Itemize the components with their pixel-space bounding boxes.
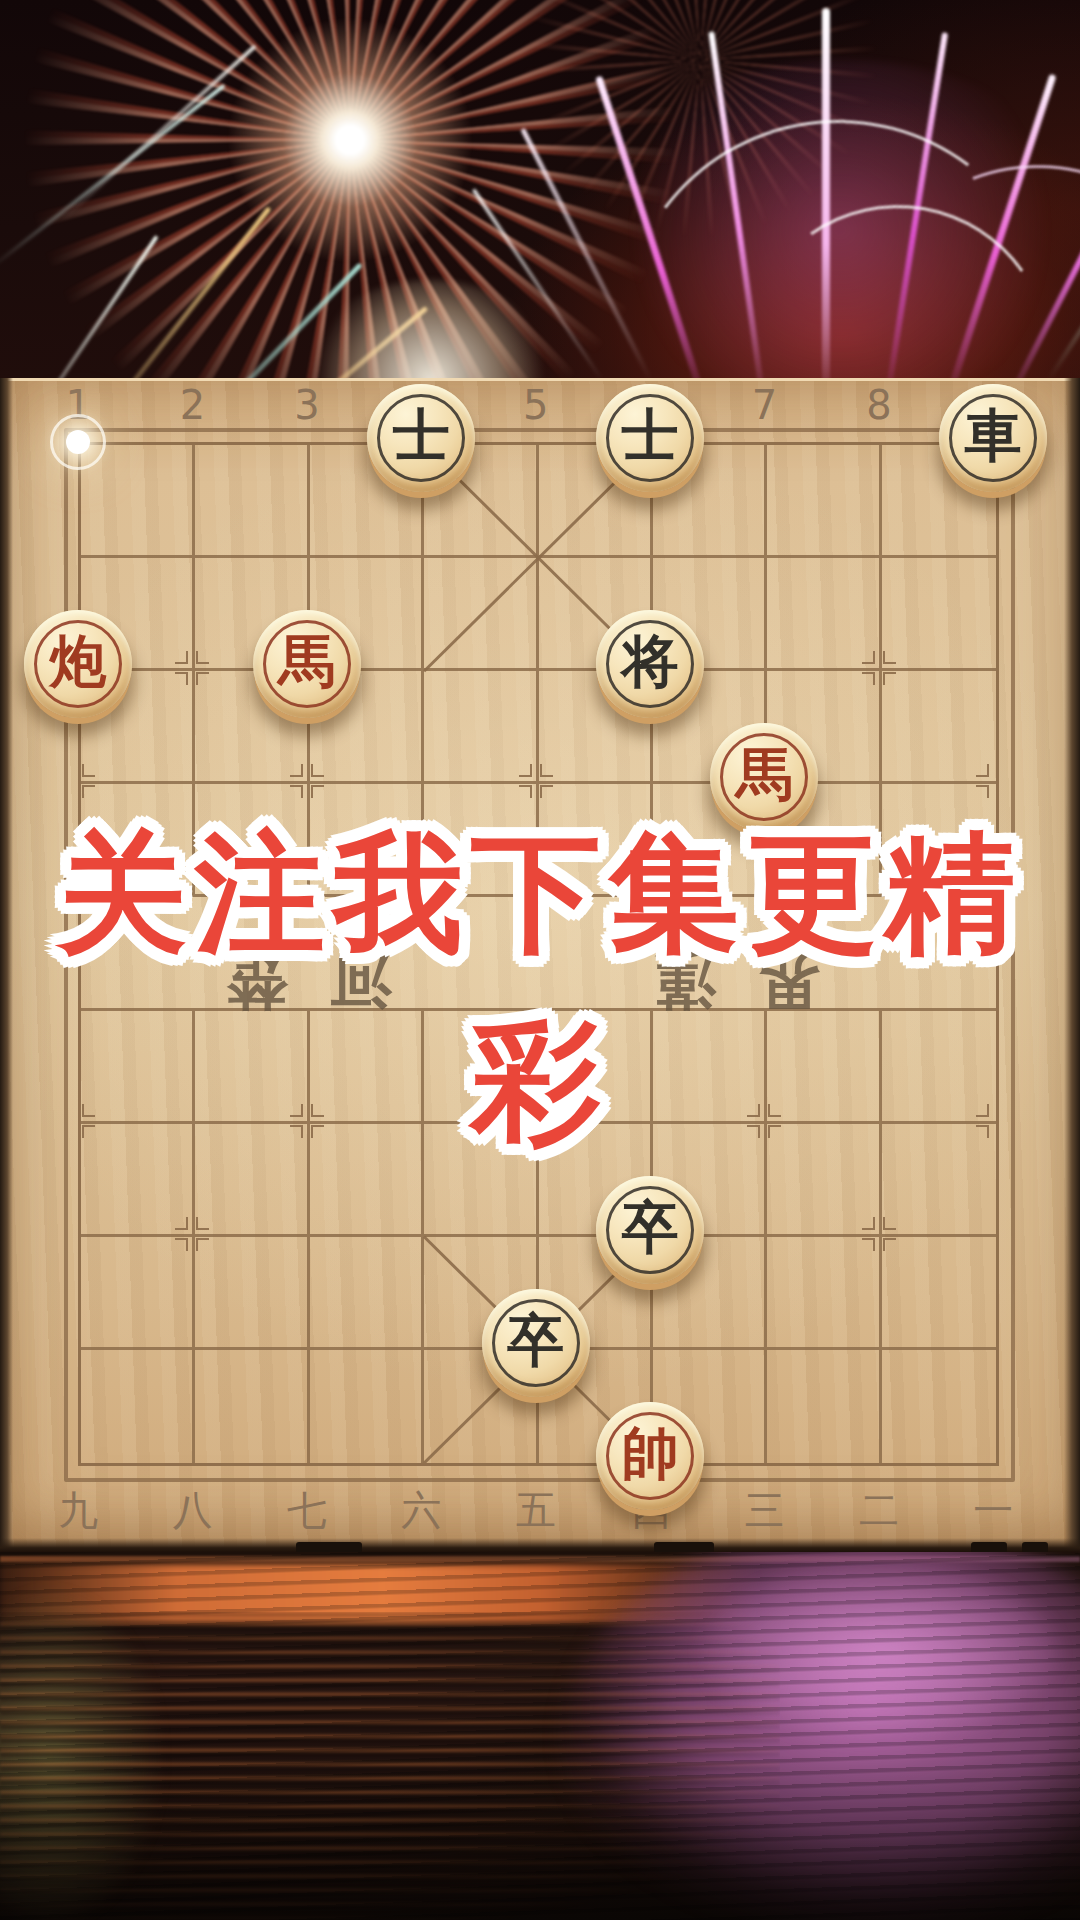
- caption-line-2: 彩: [0, 1006, 1080, 1156]
- file-numeral-label: 一: [936, 1483, 1050, 1538]
- piece-glyph: 車: [965, 398, 1022, 475]
- board-cell: [195, 445, 309, 558]
- file-numeral-label: 五: [479, 1483, 593, 1538]
- piece-black-file6-rank2[interactable]: 将: [596, 610, 704, 718]
- piece-glyph: 炮: [50, 624, 107, 701]
- file-numeral-label: 三: [707, 1483, 821, 1538]
- move-highlight-marker: [50, 414, 106, 470]
- piece-glyph: 馬: [736, 737, 793, 814]
- piece-glyph: 馬: [278, 624, 335, 701]
- board-cell: [81, 1350, 195, 1463]
- board-cell: [767, 1350, 881, 1463]
- file-numeral-label: 七: [250, 1483, 364, 1538]
- file-number-label: 2: [135, 382, 249, 428]
- piece-glyph: 士: [621, 398, 678, 475]
- board-cell: [882, 1350, 996, 1463]
- piece-black-file6-rank0[interactable]: 士: [596, 384, 704, 492]
- board-cell: [767, 445, 881, 558]
- piece-red-file3-rank2[interactable]: 馬: [253, 610, 361, 718]
- piece-black-file9-rank0[interactable]: 車: [939, 384, 1047, 492]
- board-cell: [882, 671, 996, 784]
- board-cell: [767, 1237, 881, 1350]
- caption-line-1: 关注我下集更精: [0, 818, 1080, 968]
- file-numeral-label: 八: [135, 1483, 249, 1538]
- board-cell: [195, 1350, 309, 1463]
- piece-glyph: 士: [393, 398, 450, 475]
- file-labels-top: 123456789: [21, 382, 1051, 428]
- firework-white-core: [210, 0, 490, 280]
- board-cell: [424, 558, 538, 671]
- board-cell: [882, 558, 996, 671]
- file-number-label: 8: [822, 382, 936, 428]
- piece-black-file4-rank0[interactable]: 士: [367, 384, 475, 492]
- board-cell: [310, 1350, 424, 1463]
- board-cell: [424, 671, 538, 784]
- file-number-label: 7: [707, 382, 821, 428]
- board-cell: [882, 1237, 996, 1350]
- file-numeral-label: 九: [21, 1483, 135, 1538]
- piece-glyph: 将: [621, 624, 678, 701]
- piece-glyph: 卒: [621, 1190, 678, 1267]
- piece-black-file5-rank8[interactable]: 卒: [482, 1289, 590, 1397]
- file-numeral-label: 六: [364, 1483, 478, 1538]
- board-cell: [81, 1237, 195, 1350]
- file-number-label: 5: [479, 382, 593, 428]
- file-number-label: 3: [250, 382, 364, 428]
- water-reflection-background: [0, 1552, 1080, 1920]
- piece-black-file6-rank7[interactable]: 卒: [596, 1176, 704, 1284]
- board-cell: [767, 558, 881, 671]
- piece-red-file1-rank2[interactable]: 炮: [24, 610, 132, 718]
- board-bottom-edge: [0, 1538, 1080, 1552]
- file-labels-bottom: 九八七六五四三二一: [21, 1483, 1051, 1538]
- file-numeral-label: 二: [822, 1483, 936, 1538]
- piece-red-file6-rank9[interactable]: 帥: [596, 1402, 704, 1510]
- highlight-orb: [66, 430, 90, 454]
- screen: 123456789 九八七六五四三二一 关注我下集更精 彩 楚河漢界士士車炮馬将…: [0, 0, 1080, 1920]
- board-cell: [195, 1237, 309, 1350]
- piece-glyph: 卒: [507, 1303, 564, 1380]
- piece-glyph: 帥: [621, 1416, 678, 1493]
- water-vignette: [0, 1552, 1080, 1920]
- piece-red-file7-rank3[interactable]: 馬: [710, 723, 818, 831]
- board-cell: [310, 1237, 424, 1350]
- fireworks-background: [0, 0, 1080, 380]
